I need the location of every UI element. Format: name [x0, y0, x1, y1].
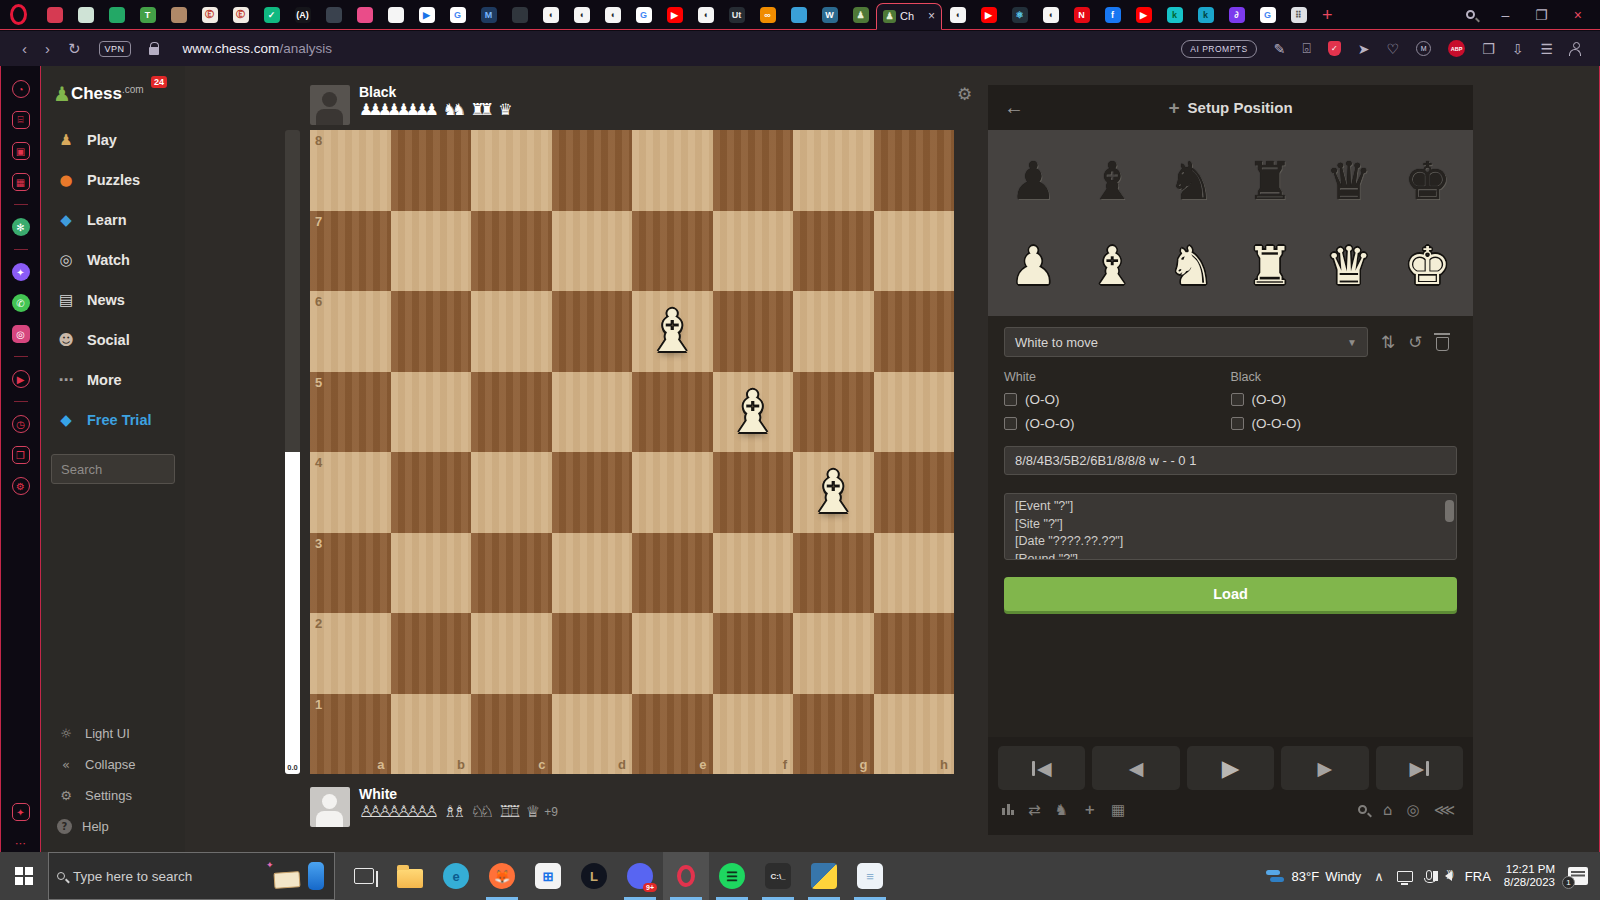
tab-favicon: ✓: [264, 7, 280, 23]
sidebar-item-more[interactable]: ⋯More: [41, 360, 185, 400]
taskbar-opera[interactable]: [663, 852, 709, 900]
square-e7[interactable]: [632, 211, 713, 292]
browser-tab[interactable]: [70, 0, 101, 30]
square-h8[interactable]: [874, 130, 955, 211]
settings-icon[interactable]: ⚙: [12, 477, 30, 495]
play-icon: ♟: [55, 131, 77, 149]
square-c5[interactable]: [471, 372, 552, 453]
tab-favicon: [78, 7, 94, 23]
browser-tab[interactable]: ∞: [752, 0, 783, 30]
sidebar-item-social[interactable]: ☻Social: [41, 320, 185, 360]
browser-tab[interactable]: [380, 0, 411, 30]
file-label: a: [377, 757, 384, 772]
fen-input[interactable]: 8/8/4B3/5B2/6B1/8/8/8 w - - 0 1: [1004, 446, 1457, 475]
browser-tab[interactable]: ✓: [256, 0, 287, 30]
window-controls: – ❐ ×: [1466, 7, 1600, 23]
pieces-setup-icon[interactable]: ♞: [1055, 801, 1068, 819]
more-dots-icon[interactable]: ⋯: [12, 834, 30, 852]
setup-position-panel: ← + Setup Position ♟♝♞♜♛♚♟♝♞♜♛♚ White to…: [988, 85, 1473, 835]
tab-favicon: k: [1198, 7, 1214, 23]
clock[interactable]: 12:21 PM 8/28/2023: [1504, 863, 1555, 889]
chesscom-sidebar: ♟ Chess .com 24 ♟Play●Puzzles◆Learn◎Watc…: [41, 66, 185, 852]
pgn-line: [Event "?"]: [1015, 498, 1446, 516]
task-view-icon: [354, 868, 374, 884]
browser-tab[interactable]: G: [628, 0, 659, 30]
sidebar-item-free-trial[interactable]: ◆Free Trial: [41, 400, 185, 440]
square-g1[interactable]: g: [793, 694, 874, 775]
square-e3[interactable]: [632, 533, 713, 614]
square-e8[interactable]: [632, 130, 713, 211]
taskbar-file-explorer[interactable]: [387, 852, 433, 900]
aria-ai-icon[interactable]: ▦: [12, 173, 30, 191]
browser-tab[interactable]: N: [1066, 0, 1097, 30]
white-castle-short[interactable]: (O-O): [1004, 392, 1231, 407]
close-button[interactable]: ×: [1574, 7, 1582, 23]
history-icon[interactable]: ◷: [12, 415, 30, 433]
pgn-textarea[interactable]: [Event "?"][Site "?"][Date "????.??.??"]…: [1004, 493, 1457, 560]
logo-pawn-icon: ♟: [53, 84, 71, 104]
square-a6[interactable]: 6: [310, 291, 391, 372]
clear-board-trash-icon[interactable]: [1436, 337, 1449, 351]
square-b4[interactable]: [391, 452, 472, 533]
square-d4[interactable]: [552, 452, 633, 533]
edit-icon[interactable]: ✎: [1274, 41, 1286, 57]
square-b3[interactable]: [391, 533, 472, 614]
white-player-row: White ♙♙♙♙♙♙♙♙♗♗♘♘♖♖♕+9: [310, 787, 558, 827]
chess-board: 876♝5♝4♝321abcdefgh: [310, 130, 954, 774]
evaluation-white-part: [285, 452, 300, 774]
square-b8[interactable]: [391, 130, 472, 211]
black-avatar[interactable]: [310, 85, 350, 125]
browser-tab[interactable]: T: [132, 0, 163, 30]
browser-tab[interactable]: ▶: [659, 0, 690, 30]
url-path: /analysis: [279, 41, 332, 56]
square-b2[interactable]: [391, 613, 472, 694]
tab-favicon: ◖: [698, 7, 714, 23]
url-domain: www.chess.com: [183, 41, 280, 56]
news-icon: ▤: [55, 291, 77, 309]
square-e2[interactable]: [632, 613, 713, 694]
square-b6[interactable]: [391, 291, 472, 372]
panel-controls: White to move ▼ ⇅ ↺ White (O-O) (O-O-O): [988, 316, 1473, 611]
white-bishop-piece[interactable]: ♝: [632, 291, 713, 372]
checkbox[interactable]: [1004, 417, 1017, 430]
add-icon[interactable]: ＋: [1082, 800, 1097, 819]
tab-favicon: ⠿: [1291, 7, 1307, 23]
weather-widget[interactable]: 83°F Windy: [1266, 869, 1362, 884]
opera-menu-icon[interactable]: [10, 4, 27, 25]
twitch-icon[interactable]: ▣: [12, 142, 30, 160]
browser-tab-bar: TⒺⒺ✓(A)▶GM◖◖◖G▶◖Ut∞W♟ ♟ Ch × ◖▶⚛◖Nf▶kk∂G…: [0, 0, 1600, 30]
chesscom-favicon: ♟: [883, 10, 896, 23]
firefox-icon: 🦊: [489, 863, 515, 889]
square-d5[interactable]: [552, 372, 633, 453]
browser-tab[interactable]: ◖: [1035, 0, 1066, 30]
adblock-abp-icon[interactable]: ABP: [1448, 40, 1465, 57]
volume-icon[interactable]: [1445, 871, 1452, 881]
ai-prompts-button[interactable]: AI PROMPTS: [1181, 40, 1256, 58]
palette-white-queen[interactable]: ♛: [1325, 236, 1372, 296]
square-a2[interactable]: 2: [310, 613, 391, 694]
square-c3[interactable]: [471, 533, 552, 614]
square-e5[interactable]: [632, 372, 713, 453]
tab-favicon: [47, 7, 63, 23]
browser-tab[interactable]: M: [473, 0, 504, 30]
browser-tab[interactable]: [783, 0, 814, 30]
sidebar-item-label: Puzzles: [87, 172, 140, 188]
footer-item-help[interactable]: ?Help: [41, 811, 185, 842]
browser-tab[interactable]: [504, 0, 535, 30]
new-tab-button[interactable]: +: [1322, 6, 1333, 24]
taskbar-discord[interactable]: 9+: [617, 852, 663, 900]
palette-black-knight[interactable]: ♞: [1168, 151, 1215, 211]
analysis-chart-icon[interactable]: [1002, 804, 1014, 815]
square-h5[interactable]: [874, 372, 955, 453]
taskbar-apps: e🦊⊞L9+☰C:\_≡: [341, 852, 893, 900]
badge: 9+: [643, 883, 657, 892]
browser-tab[interactable]: ◖: [942, 0, 973, 30]
browser-tab[interactable]: ◖: [690, 0, 721, 30]
action-center-icon[interactable]: 1: [1568, 867, 1588, 885]
palette-black-king[interactable]: ♚: [1404, 151, 1451, 211]
tuner-icon[interactable]: ☰: [1540, 41, 1553, 57]
tab-favicon: ◖: [605, 7, 621, 23]
panel-title: + Setup Position: [988, 99, 1473, 116]
extension-m-icon[interactable]: M: [1416, 41, 1431, 56]
minimize-button[interactable]: –: [1501, 7, 1509, 23]
microsoft-store-icon: ⊞: [535, 863, 561, 889]
tray-date: 8/28/2023: [1504, 876, 1555, 889]
chevron-down-icon: ▼: [1347, 337, 1357, 348]
speed-dial-icon[interactable]: ◔: [12, 80, 30, 98]
restore-button[interactable]: ❐: [1535, 7, 1548, 23]
square-a8[interactable]: 8: [310, 130, 391, 211]
square-f6[interactable]: [713, 291, 794, 372]
square-d1[interactable]: d: [552, 694, 633, 775]
language-indicator[interactable]: FRA: [1465, 869, 1491, 884]
square-f1[interactable]: f: [713, 694, 794, 775]
next-move-button[interactable]: ▶: [1281, 746, 1368, 790]
easel-icon[interactable]: ⌸: [12, 111, 30, 129]
square-e1[interactable]: e: [632, 694, 713, 775]
browser-tab[interactable]: ▶: [973, 0, 1004, 30]
send-icon[interactable]: ➤: [1358, 41, 1370, 57]
browser-tab[interactable]: G: [1252, 0, 1283, 30]
black-castle-short[interactable]: (O-O): [1231, 392, 1458, 407]
white-bishop-piece[interactable]: ♝: [793, 452, 874, 533]
instagram-icon[interactable]: ◎: [12, 325, 30, 343]
square-a3[interactable]: 3: [310, 533, 391, 614]
tab-favicon: T: [140, 7, 156, 23]
square-c1[interactable]: c: [471, 694, 552, 775]
windows-taskbar: Type here to search ✦ e🦊⊞L9+☰C:\_≡ 83°F …: [0, 852, 1600, 900]
browser-tab[interactable]: ♟: [845, 0, 876, 30]
forward-button[interactable]: ›: [45, 40, 50, 57]
sidebar-item-label: Watch: [87, 252, 130, 268]
taskbar-python-ide[interactable]: [801, 852, 847, 900]
browser-tab[interactable]: [163, 0, 194, 30]
browser-tab[interactable]: ▶: [411, 0, 442, 30]
browser-tab[interactable]: (A): [287, 0, 318, 30]
square-a1[interactable]: 1a: [310, 694, 391, 775]
tab-close-icon[interactable]: ×: [928, 9, 935, 23]
square-g7[interactable]: [793, 211, 874, 292]
black-player-row: Black ♟♟♟♟♟♟♟♟♞♞♜♜♛: [310, 85, 516, 125]
sidebar-search-input[interactable]: Search: [51, 454, 175, 484]
white-avatar[interactable]: [310, 787, 350, 827]
sidebar-footer: ☼Light UI«Collapse⚙Settings?Help: [41, 718, 185, 842]
square-f8[interactable]: [713, 130, 794, 211]
chatgpt-icon[interactable]: ✻: [12, 218, 30, 236]
tab-favicon: ∞: [760, 7, 776, 23]
board-editor-icon[interactable]: ▦: [1111, 801, 1125, 819]
square-f2[interactable]: [713, 613, 794, 694]
palette-black-queen[interactable]: ♛: [1325, 151, 1372, 211]
chesscom-logo[interactable]: ♟ Chess .com 24: [41, 84, 185, 104]
reset-board-icon[interactable]: ↺: [1408, 332, 1422, 352]
vpn-badge[interactable]: VPN: [99, 41, 131, 57]
square-a4[interactable]: 4: [310, 452, 391, 533]
taskbar-league-of-legends[interactable]: L: [571, 852, 617, 900]
load-button[interactable]: Load: [1004, 577, 1457, 611]
white-castle-long[interactable]: (O-O-O): [1004, 416, 1231, 431]
taskbar-edge[interactable]: e: [433, 852, 479, 900]
square-g6[interactable]: [793, 291, 874, 372]
square-h4[interactable]: [874, 452, 955, 533]
url-bar[interactable]: www.chess.com/analysis: [183, 41, 332, 56]
tab-favicon: G: [450, 7, 466, 23]
tab-favicon: ▶: [981, 7, 997, 23]
footer-item-light-ui[interactable]: ☼Light UI: [41, 718, 185, 749]
palette-black-pawn[interactable]: ♟: [1010, 151, 1057, 211]
help-icon: ?: [57, 819, 72, 834]
square-d8[interactable]: [552, 130, 633, 211]
taskbar-firefox[interactable]: 🦊: [479, 852, 525, 900]
logo-text: Chess: [71, 84, 122, 104]
square-d3[interactable]: [552, 533, 633, 614]
tab-favicon: Ⓔ: [233, 7, 249, 23]
square-c7[interactable]: [471, 211, 552, 292]
focus-target-icon[interactable]: ◎: [1407, 801, 1420, 819]
square-f5[interactable]: ♝: [713, 372, 794, 453]
browser-tab[interactable]: ⠿: [1283, 0, 1314, 30]
browser-tab[interactable]: Ⓔ: [194, 0, 225, 30]
shield-icon[interactable]: ✓: [1328, 41, 1341, 56]
sidebar-item-label: Play: [87, 132, 117, 148]
square-f4[interactable]: [713, 452, 794, 533]
lock-icon[interactable]: [149, 47, 159, 55]
profile-icon[interactable]: [1570, 46, 1580, 56]
square-b7[interactable]: [391, 211, 472, 292]
taskbar-command-prompt[interactable]: C:\_: [755, 852, 801, 900]
tab-favicon: [357, 7, 373, 23]
player-icon[interactable]: ▶: [12, 370, 30, 388]
search-highlight-art[interactable]: ✦: [266, 860, 330, 894]
browser-tab[interactable]: Ⓔ: [225, 0, 256, 30]
white-captured-pieces: ♙♙♙♙♙♙♙♙♗♗♘♘♖♖♕+9: [359, 802, 558, 822]
board-settings-gear-icon[interactable]: ⚙: [957, 84, 972, 104]
square-g2[interactable]: [793, 613, 874, 694]
swap-colors-icon[interactable]: ⇅: [1381, 332, 1395, 352]
footer-item-collapse[interactable]: «Collapse: [41, 749, 185, 780]
checkbox[interactable]: [1231, 417, 1244, 430]
captured-group: ♕: [526, 802, 535, 822]
browser-toolbar: ‹ › ↻ VPN www.chess.com/analysis AI PROM…: [0, 31, 1600, 66]
white-bishop-piece[interactable]: ♝: [713, 372, 794, 453]
browser-window: ◔⌸▣▦✻✦✆◎▶◷❒⚙✦⋯ ♟ Chess .com 24 ♟Play●Puz…: [0, 66, 1600, 852]
tab-favicon: [512, 7, 528, 23]
sidebar-item-play[interactable]: ♟Play: [41, 120, 185, 160]
browser-tab[interactable]: ◖: [566, 0, 597, 30]
tab-search-icon[interactable]: [1466, 10, 1475, 19]
notepad-icon: ≡: [857, 863, 883, 889]
square-h2[interactable]: [874, 613, 955, 694]
share-icon[interactable]: ⋘: [1434, 801, 1455, 819]
messenger-icon[interactable]: ✦: [12, 263, 30, 281]
palette-white-rook[interactable]: ♜: [1247, 236, 1294, 296]
extensions-icon[interactable]: ❒: [12, 446, 30, 464]
microphone-icon[interactable]: [1426, 870, 1432, 880]
square-h7[interactable]: [874, 211, 955, 292]
square-d2[interactable]: [552, 613, 633, 694]
browser-tab[interactable]: ◖: [597, 0, 628, 30]
square-f3[interactable]: [713, 533, 794, 614]
browser-tab[interactable]: [318, 0, 349, 30]
browser-tab[interactable]: k: [1159, 0, 1190, 30]
bookmark-heart-icon[interactable]: ♡: [1387, 41, 1400, 57]
square-f7[interactable]: [713, 211, 794, 292]
palette-white-pawn[interactable]: ♟: [1010, 236, 1057, 296]
square-c4[interactable]: [471, 452, 552, 533]
taskbar-task-view[interactable]: [341, 852, 387, 900]
back-button[interactable]: ‹: [22, 40, 27, 57]
previous-move-button[interactable]: ◀: [1092, 746, 1179, 790]
light-ui-icon: ☼: [57, 726, 75, 741]
browser-tab[interactable]: W: [814, 0, 845, 30]
pgn-scrollbar[interactable]: [1445, 500, 1454, 522]
snapshot-camera-icon[interactable]: ⌻: [1302, 40, 1310, 57]
square-b5[interactable]: [391, 372, 472, 453]
last-move-button[interactable]: ▶: [1376, 746, 1463, 790]
square-h1[interactable]: h: [874, 694, 955, 775]
footer-item-label: Light UI: [85, 726, 130, 741]
tab-favicon: Ut: [729, 7, 745, 23]
sidebar-item-label: News: [87, 292, 125, 308]
watch-icon: ◎: [55, 251, 77, 269]
rank-label: 3: [315, 536, 322, 551]
footer-item-label: Settings: [85, 788, 132, 803]
search-icon: [57, 872, 65, 880]
palette-white-knight[interactable]: ♞: [1168, 236, 1215, 296]
captured-group: ♟♟♟♟♟♟♟♟: [359, 100, 434, 120]
file-label: g: [860, 757, 868, 772]
taskbar-search-input[interactable]: Type here to search ✦: [48, 852, 335, 900]
browser-tab[interactable]: G: [442, 0, 473, 30]
taskbar-spotify[interactable]: ☰: [709, 852, 755, 900]
panel-header: ← + Setup Position: [988, 85, 1473, 130]
play-button[interactable]: ▶: [1187, 746, 1274, 790]
rank-label: 4: [315, 455, 322, 470]
desktop: TⒺⒺ✓(A)▶GM◖◖◖G▶◖Ut∞W♟ ♟ Ch × ◖▶⚛◖Nf▶kk∂G…: [0, 0, 1600, 900]
square-g4[interactable]: ♝: [793, 452, 874, 533]
hidden-icons-chevron[interactable]: ∧: [1374, 869, 1384, 884]
square-d6[interactable]: [552, 291, 633, 372]
footer-item-label: Collapse: [85, 757, 136, 772]
browser-tab[interactable]: Ut: [721, 0, 752, 30]
checkbox[interactable]: [1231, 393, 1244, 406]
taskbar-microsoft-store[interactable]: ⊞: [525, 852, 571, 900]
square-e6[interactable]: ♝: [632, 291, 713, 372]
network-icon[interactable]: [1397, 871, 1413, 882]
browser-tab[interactable]: [39, 0, 70, 30]
palette-white-king[interactable]: ♚: [1404, 236, 1451, 296]
taskbar-notepad[interactable]: ≡: [847, 852, 893, 900]
footer-item-settings[interactable]: ⚙Settings: [41, 780, 185, 811]
palette-white-bishop[interactable]: ♝: [1089, 236, 1136, 296]
checkbox[interactable]: [1004, 393, 1017, 406]
first-move-button[interactable]: ◀: [998, 746, 1085, 790]
flip-board-icon[interactable]: ⇄: [1028, 801, 1041, 819]
browser-tab[interactable]: f: [1097, 0, 1128, 30]
downloads-icon[interactable]: ⇩: [1512, 41, 1524, 57]
openings-bank-icon[interactable]: ⌂: [1383, 801, 1393, 819]
browser-tab[interactable]: ▶: [1128, 0, 1159, 30]
browser-tab[interactable]: [101, 0, 132, 30]
plus-icon: +: [1168, 101, 1179, 115]
active-tab[interactable]: ♟ Ch ×: [876, 3, 942, 30]
palette-black-bishop[interactable]: ♝: [1089, 151, 1136, 211]
browser-tab[interactable]: [349, 0, 380, 30]
square-b1[interactable]: b: [391, 694, 472, 775]
whatsapp-icon[interactable]: ✆: [12, 294, 30, 312]
turn-select[interactable]: White to move ▼: [1004, 327, 1368, 357]
sidebar-box-icon[interactable]: ❒: [1482, 41, 1495, 57]
square-h6[interactable]: [874, 291, 955, 372]
square-a5[interactable]: 5: [310, 372, 391, 453]
square-c8[interactable]: [471, 130, 552, 211]
start-button[interactable]: [0, 852, 48, 900]
browser-tab[interactable]: ⚛: [1004, 0, 1035, 30]
square-c2[interactable]: [471, 613, 552, 694]
square-a7[interactable]: 7: [310, 211, 391, 292]
square-e4[interactable]: [632, 452, 713, 533]
sidebar-item-learn[interactable]: ◆Learn: [41, 200, 185, 240]
weather-temp: 83°F: [1292, 869, 1320, 884]
panel-back-button[interactable]: ←: [1004, 96, 1024, 119]
sidebar-item-news[interactable]: ▤News: [41, 280, 185, 320]
captured-group: ♙♙♙♙♙♙♙♙: [359, 802, 434, 822]
rank-label: 7: [315, 214, 322, 229]
square-g5[interactable]: [793, 372, 874, 453]
square-c6[interactable]: [471, 291, 552, 372]
browser-tab[interactable]: ◖: [535, 0, 566, 30]
square-g3[interactable]: [793, 533, 874, 614]
sidebar-item-puzzles[interactable]: ●Puzzles: [41, 160, 185, 200]
square-h3[interactable]: [874, 533, 955, 614]
square-d7[interactable]: [552, 211, 633, 292]
sidebar-item-label: Learn: [87, 212, 127, 228]
palette-black-rook[interactable]: ♜: [1247, 151, 1294, 211]
browser-tab[interactable]: k: [1190, 0, 1221, 30]
reload-button[interactable]: ↻: [68, 40, 81, 58]
snapshot-icon[interactable]: ✦: [12, 803, 30, 821]
black-castle-long[interactable]: (O-O-O): [1231, 416, 1458, 431]
explore-magnifier-icon[interactable]: [1358, 805, 1367, 814]
tray-time: 12:21 PM: [1504, 863, 1555, 876]
square-g8[interactable]: [793, 130, 874, 211]
browser-tab[interactable]: ∂: [1221, 0, 1252, 30]
sidebar-item-watch[interactable]: ◎Watch: [41, 240, 185, 280]
